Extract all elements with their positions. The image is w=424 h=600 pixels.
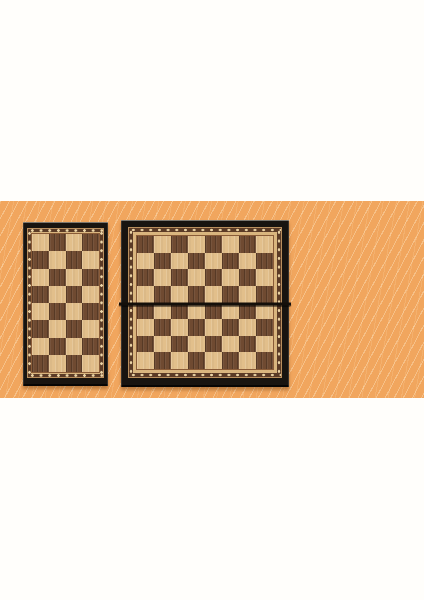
board-square: [154, 352, 171, 369]
board-square: [171, 253, 188, 270]
board-square: [222, 319, 239, 336]
board-square: [49, 269, 66, 286]
board-square: [239, 352, 256, 369]
board-square: [222, 352, 239, 369]
board-square: [222, 336, 239, 353]
board-square: [171, 286, 188, 303]
board-square: [154, 269, 171, 286]
board-square: [239, 286, 256, 303]
board-square: [82, 234, 99, 251]
board-square: [66, 286, 83, 303]
board-square: [171, 336, 188, 353]
board-square: [32, 355, 49, 372]
board-square: [49, 251, 66, 268]
board-square: [137, 352, 154, 369]
board-square: [82, 269, 99, 286]
inlay-dots-bottom: [129, 373, 281, 377]
board-square: [49, 320, 66, 337]
board-square: [137, 269, 154, 286]
board-tan-margin: [31, 232, 100, 374]
board-square: [188, 319, 205, 336]
board-square: [239, 253, 256, 270]
board-square: [154, 236, 171, 253]
board-square: [82, 355, 99, 372]
board-square: [49, 338, 66, 355]
open-chessboard: [121, 220, 289, 387]
board-square: [32, 251, 49, 268]
board-square: [137, 319, 154, 336]
board-square: [49, 234, 66, 251]
board-square: [137, 253, 154, 270]
board-square: [154, 319, 171, 336]
board-square: [137, 336, 154, 353]
board-square: [171, 269, 188, 286]
board-square: [239, 336, 256, 353]
board-square: [66, 269, 83, 286]
board-square: [205, 269, 222, 286]
board-square: [32, 286, 49, 303]
board-square: [66, 320, 83, 337]
board-square: [205, 236, 222, 253]
inlay-dots-bottom: [28, 374, 103, 377]
board-square: [256, 286, 273, 303]
board-square: [66, 355, 83, 372]
board-square: [66, 338, 83, 355]
board-square: [66, 303, 83, 320]
inlay-dots-right: [100, 229, 103, 377]
hinge-seam: [119, 302, 291, 305]
board-square: [222, 286, 239, 303]
board-square: [32, 320, 49, 337]
board-square: [82, 338, 99, 355]
board-square: [154, 336, 171, 353]
board-square: [188, 236, 205, 253]
board-square: [205, 253, 222, 270]
board-square: [256, 352, 273, 369]
board-square: [32, 269, 49, 286]
board-square: [32, 338, 49, 355]
board-square: [205, 319, 222, 336]
board-square: [256, 269, 273, 286]
board-decorative-border-band: [28, 229, 103, 377]
board-square: [188, 336, 205, 353]
board-square: [49, 286, 66, 303]
board-square: [256, 336, 273, 353]
board-square: [256, 236, 273, 253]
board-square: [171, 352, 188, 369]
board-square: [32, 303, 49, 320]
folded-chessboard: [23, 222, 108, 386]
board-square: [66, 234, 83, 251]
board-square: [171, 319, 188, 336]
board-square: [188, 352, 205, 369]
board-square: [188, 286, 205, 303]
board-square: [222, 269, 239, 286]
board-square: [256, 253, 273, 270]
board-square: [66, 251, 83, 268]
board-square: [188, 253, 205, 270]
board-square: [239, 269, 256, 286]
board-square: [205, 336, 222, 353]
product-photo-page: [0, 0, 424, 600]
board-square: [154, 286, 171, 303]
board-square: [82, 251, 99, 268]
board-square: [32, 234, 49, 251]
board-square: [222, 236, 239, 253]
board-square: [137, 286, 154, 303]
board-square: [154, 253, 171, 270]
board-square: [137, 236, 154, 253]
board-square: [239, 319, 256, 336]
board-square: [82, 286, 99, 303]
board-square: [222, 253, 239, 270]
board-square: [49, 303, 66, 320]
board-outer-inlay-line: [27, 228, 104, 378]
board-square: [82, 303, 99, 320]
board-square: [256, 319, 273, 336]
board-square: [171, 236, 188, 253]
folded-board-squares: [32, 234, 99, 372]
board-square: [205, 286, 222, 303]
board-square: [49, 355, 66, 372]
board-square: [239, 236, 256, 253]
board-square: [82, 320, 99, 337]
board-square: [188, 269, 205, 286]
board-square: [205, 352, 222, 369]
